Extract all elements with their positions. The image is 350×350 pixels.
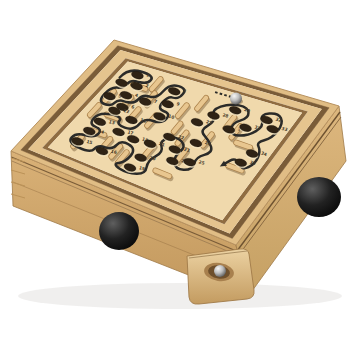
labyrinth-game-scene: 1234567891011121314151617181920212223242… xyxy=(0,0,350,350)
product-photo: 1234567891011121314151617181920212223242… xyxy=(0,0,350,350)
spare-steel-ball[interactable] xyxy=(214,265,226,277)
steel-ball-in-play[interactable] xyxy=(230,92,242,104)
tilt-knob-right[interactable] xyxy=(297,177,341,217)
ground-shadow xyxy=(18,283,342,309)
tilt-knob-front[interactable] xyxy=(99,212,139,250)
